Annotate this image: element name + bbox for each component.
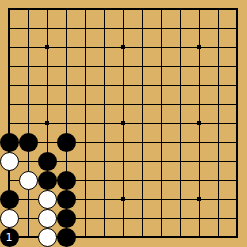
intersection-K12[interactable]: [171, 19, 190, 38]
intersection-K10[interactable]: [171, 57, 190, 76]
intersection-J9[interactable]: [152, 76, 171, 95]
white-stone: [38, 190, 57, 209]
intersection-N9[interactable]: [228, 76, 247, 95]
intersection-H5[interactable]: [133, 152, 152, 171]
intersection-G7[interactable]: [114, 114, 133, 133]
intersection-G9[interactable]: [114, 76, 133, 95]
intersection-J5[interactable]: [152, 152, 171, 171]
intersection-A9[interactable]: [0, 76, 19, 95]
intersection-A10[interactable]: [0, 57, 19, 76]
intersection-N2[interactable]: [228, 209, 247, 228]
intersection-D5[interactable]: [57, 152, 76, 171]
intersection-G4[interactable]: [114, 171, 133, 190]
intersection-B12[interactable]: [19, 19, 38, 38]
intersection-B10[interactable]: [19, 57, 38, 76]
intersection-K6[interactable]: [171, 133, 190, 152]
intersection-F1[interactable]: [95, 228, 114, 247]
intersection-E5[interactable]: [76, 152, 95, 171]
intersection-L2[interactable]: [190, 209, 209, 228]
intersection-E8[interactable]: [76, 95, 95, 114]
intersection-E9[interactable]: [76, 76, 95, 95]
intersection-J7[interactable]: [152, 114, 171, 133]
intersection-B6[interactable]: [19, 133, 38, 152]
intersection-C9[interactable]: [38, 76, 57, 95]
intersection-M3[interactable]: [209, 190, 228, 209]
intersection-G11[interactable]: [114, 38, 133, 57]
intersection-C7[interactable]: [38, 114, 57, 133]
intersection-A4[interactable]: [0, 171, 19, 190]
intersection-K2[interactable]: [171, 209, 190, 228]
black-stone: [0, 190, 19, 209]
intersection-H11[interactable]: [133, 38, 152, 57]
intersection-E11[interactable]: [76, 38, 95, 57]
intersection-K13[interactable]: [171, 0, 190, 19]
go-board: 1: [0, 0, 247, 247]
intersection-D9[interactable]: [57, 76, 76, 95]
intersection-E1[interactable]: [76, 228, 95, 247]
intersection-J10[interactable]: [152, 57, 171, 76]
white-stone: [19, 171, 38, 190]
intersection-B11[interactable]: [19, 38, 38, 57]
intersection-M2[interactable]: [209, 209, 228, 228]
intersection-A5[interactable]: [0, 152, 19, 171]
intersection-F3[interactable]: [95, 190, 114, 209]
intersection-N12[interactable]: [228, 19, 247, 38]
intersection-D13[interactable]: [57, 0, 76, 19]
intersection-C8[interactable]: [38, 95, 57, 114]
intersection-N8[interactable]: [228, 95, 247, 114]
intersection-D10[interactable]: [57, 57, 76, 76]
intersection-N1[interactable]: [228, 228, 247, 247]
intersection-F7[interactable]: [95, 114, 114, 133]
intersection-J3[interactable]: [152, 190, 171, 209]
black-stone: [57, 209, 76, 228]
intersection-B8[interactable]: [19, 95, 38, 114]
intersection-F12[interactable]: [95, 19, 114, 38]
intersection-G6[interactable]: [114, 133, 133, 152]
intersection-C3[interactable]: [38, 190, 57, 209]
intersection-B5[interactable]: [19, 152, 38, 171]
intersection-K11[interactable]: [171, 38, 190, 57]
intersection-C13[interactable]: [38, 0, 57, 19]
intersection-B1[interactable]: [19, 228, 38, 247]
black-stone: [0, 133, 19, 152]
intersection-L1[interactable]: [190, 228, 209, 247]
intersection-M8[interactable]: [209, 95, 228, 114]
intersection-M10[interactable]: [209, 57, 228, 76]
black-stone: 1: [0, 228, 19, 247]
intersection-E6[interactable]: [76, 133, 95, 152]
intersection-M1[interactable]: [209, 228, 228, 247]
intersection-D11[interactable]: [57, 38, 76, 57]
intersection-grid: 1: [0, 0, 247, 247]
intersection-L4[interactable]: [190, 171, 209, 190]
intersection-L10[interactable]: [190, 57, 209, 76]
intersection-M6[interactable]: [209, 133, 228, 152]
white-stone: [38, 209, 57, 228]
intersection-N4[interactable]: [228, 171, 247, 190]
intersection-L11[interactable]: [190, 38, 209, 57]
intersection-K3[interactable]: [171, 190, 190, 209]
intersection-H4[interactable]: [133, 171, 152, 190]
intersection-M11[interactable]: [209, 38, 228, 57]
intersection-L9[interactable]: [190, 76, 209, 95]
intersection-E4[interactable]: [76, 171, 95, 190]
intersection-E13[interactable]: [76, 0, 95, 19]
intersection-B13[interactable]: [19, 0, 38, 19]
intersection-K5[interactable]: [171, 152, 190, 171]
intersection-F9[interactable]: [95, 76, 114, 95]
intersection-A1[interactable]: 1: [0, 228, 19, 247]
intersection-C12[interactable]: [38, 19, 57, 38]
intersection-D3[interactable]: [57, 190, 76, 209]
intersection-N5[interactable]: [228, 152, 247, 171]
intersection-D6[interactable]: [57, 133, 76, 152]
intersection-E7[interactable]: [76, 114, 95, 133]
intersection-D12[interactable]: [57, 19, 76, 38]
intersection-A2[interactable]: [0, 209, 19, 228]
intersection-J2[interactable]: [152, 209, 171, 228]
intersection-M9[interactable]: [209, 76, 228, 95]
intersection-F10[interactable]: [95, 57, 114, 76]
intersection-M12[interactable]: [209, 19, 228, 38]
intersection-N6[interactable]: [228, 133, 247, 152]
intersection-H8[interactable]: [133, 95, 152, 114]
intersection-N3[interactable]: [228, 190, 247, 209]
intersection-A12[interactable]: [0, 19, 19, 38]
intersection-J8[interactable]: [152, 95, 171, 114]
intersection-D7[interactable]: [57, 114, 76, 133]
intersection-G8[interactable]: [114, 95, 133, 114]
intersection-M4[interactable]: [209, 171, 228, 190]
intersection-E2[interactable]: [76, 209, 95, 228]
intersection-D1[interactable]: [57, 228, 76, 247]
intersection-C1[interactable]: [38, 228, 57, 247]
black-stone: [57, 228, 76, 247]
intersection-D2[interactable]: [57, 209, 76, 228]
intersection-B4[interactable]: [19, 171, 38, 190]
intersection-C2[interactable]: [38, 209, 57, 228]
intersection-L3[interactable]: [190, 190, 209, 209]
intersection-L5[interactable]: [190, 152, 209, 171]
intersection-L8[interactable]: [190, 95, 209, 114]
move-number-label: 1: [6, 232, 13, 243]
intersection-H3[interactable]: [133, 190, 152, 209]
black-stone: [38, 152, 57, 171]
intersection-L13[interactable]: [190, 0, 209, 19]
intersection-G12[interactable]: [114, 19, 133, 38]
intersection-M13[interactable]: [209, 0, 228, 19]
intersection-G13[interactable]: [114, 0, 133, 19]
intersection-H9[interactable]: [133, 76, 152, 95]
black-stone: [57, 133, 76, 152]
intersection-K1[interactable]: [171, 228, 190, 247]
intersection-C6[interactable]: [38, 133, 57, 152]
intersection-M5[interactable]: [209, 152, 228, 171]
white-stone: [38, 228, 57, 247]
intersection-H10[interactable]: [133, 57, 152, 76]
intersection-J13[interactable]: [152, 0, 171, 19]
intersection-A7[interactable]: [0, 114, 19, 133]
intersection-B9[interactable]: [19, 76, 38, 95]
black-stone: [19, 133, 38, 152]
intersection-H1[interactable]: [133, 228, 152, 247]
black-stone: [57, 171, 76, 190]
intersection-E10[interactable]: [76, 57, 95, 76]
intersection-F13[interactable]: [95, 0, 114, 19]
intersection-M7[interactable]: [209, 114, 228, 133]
intersection-B2[interactable]: [19, 209, 38, 228]
intersection-N10[interactable]: [228, 57, 247, 76]
intersection-H7[interactable]: [133, 114, 152, 133]
intersection-C4[interactable]: [38, 171, 57, 190]
intersection-H12[interactable]: [133, 19, 152, 38]
intersection-B7[interactable]: [19, 114, 38, 133]
intersection-D8[interactable]: [57, 95, 76, 114]
intersection-F11[interactable]: [95, 38, 114, 57]
intersection-D4[interactable]: [57, 171, 76, 190]
intersection-K7[interactable]: [171, 114, 190, 133]
intersection-N11[interactable]: [228, 38, 247, 57]
intersection-J1[interactable]: [152, 228, 171, 247]
intersection-F2[interactable]: [95, 209, 114, 228]
white-stone: [0, 209, 19, 228]
black-stone: [57, 190, 76, 209]
intersection-L6[interactable]: [190, 133, 209, 152]
intersection-N7[interactable]: [228, 114, 247, 133]
intersection-L7[interactable]: [190, 114, 209, 133]
intersection-J4[interactable]: [152, 171, 171, 190]
intersection-A13[interactable]: [0, 0, 19, 19]
intersection-H2[interactable]: [133, 209, 152, 228]
intersection-F6[interactable]: [95, 133, 114, 152]
intersection-C5[interactable]: [38, 152, 57, 171]
intersection-L12[interactable]: [190, 19, 209, 38]
intersection-C11[interactable]: [38, 38, 57, 57]
intersection-F4[interactable]: [95, 171, 114, 190]
intersection-G1[interactable]: [114, 228, 133, 247]
intersection-A8[interactable]: [0, 95, 19, 114]
intersection-N13[interactable]: [228, 0, 247, 19]
intersection-A11[interactable]: [0, 38, 19, 57]
intersection-H6[interactable]: [133, 133, 152, 152]
intersection-F5[interactable]: [95, 152, 114, 171]
intersection-H13[interactable]: [133, 0, 152, 19]
intersection-E3[interactable]: [76, 190, 95, 209]
intersection-E12[interactable]: [76, 19, 95, 38]
intersection-K4[interactable]: [171, 171, 190, 190]
intersection-J6[interactable]: [152, 133, 171, 152]
intersection-J12[interactable]: [152, 19, 171, 38]
intersection-K9[interactable]: [171, 76, 190, 95]
intersection-B3[interactable]: [19, 190, 38, 209]
white-stone: [0, 152, 19, 171]
intersection-A3[interactable]: [0, 190, 19, 209]
intersection-K8[interactable]: [171, 95, 190, 114]
intersection-G5[interactable]: [114, 152, 133, 171]
intersection-G2[interactable]: [114, 209, 133, 228]
intersection-A6[interactable]: [0, 133, 19, 152]
intersection-J11[interactable]: [152, 38, 171, 57]
intersection-G3[interactable]: [114, 190, 133, 209]
intersection-F8[interactable]: [95, 95, 114, 114]
intersection-C10[interactable]: [38, 57, 57, 76]
intersection-G10[interactable]: [114, 57, 133, 76]
black-stone: [38, 171, 57, 190]
